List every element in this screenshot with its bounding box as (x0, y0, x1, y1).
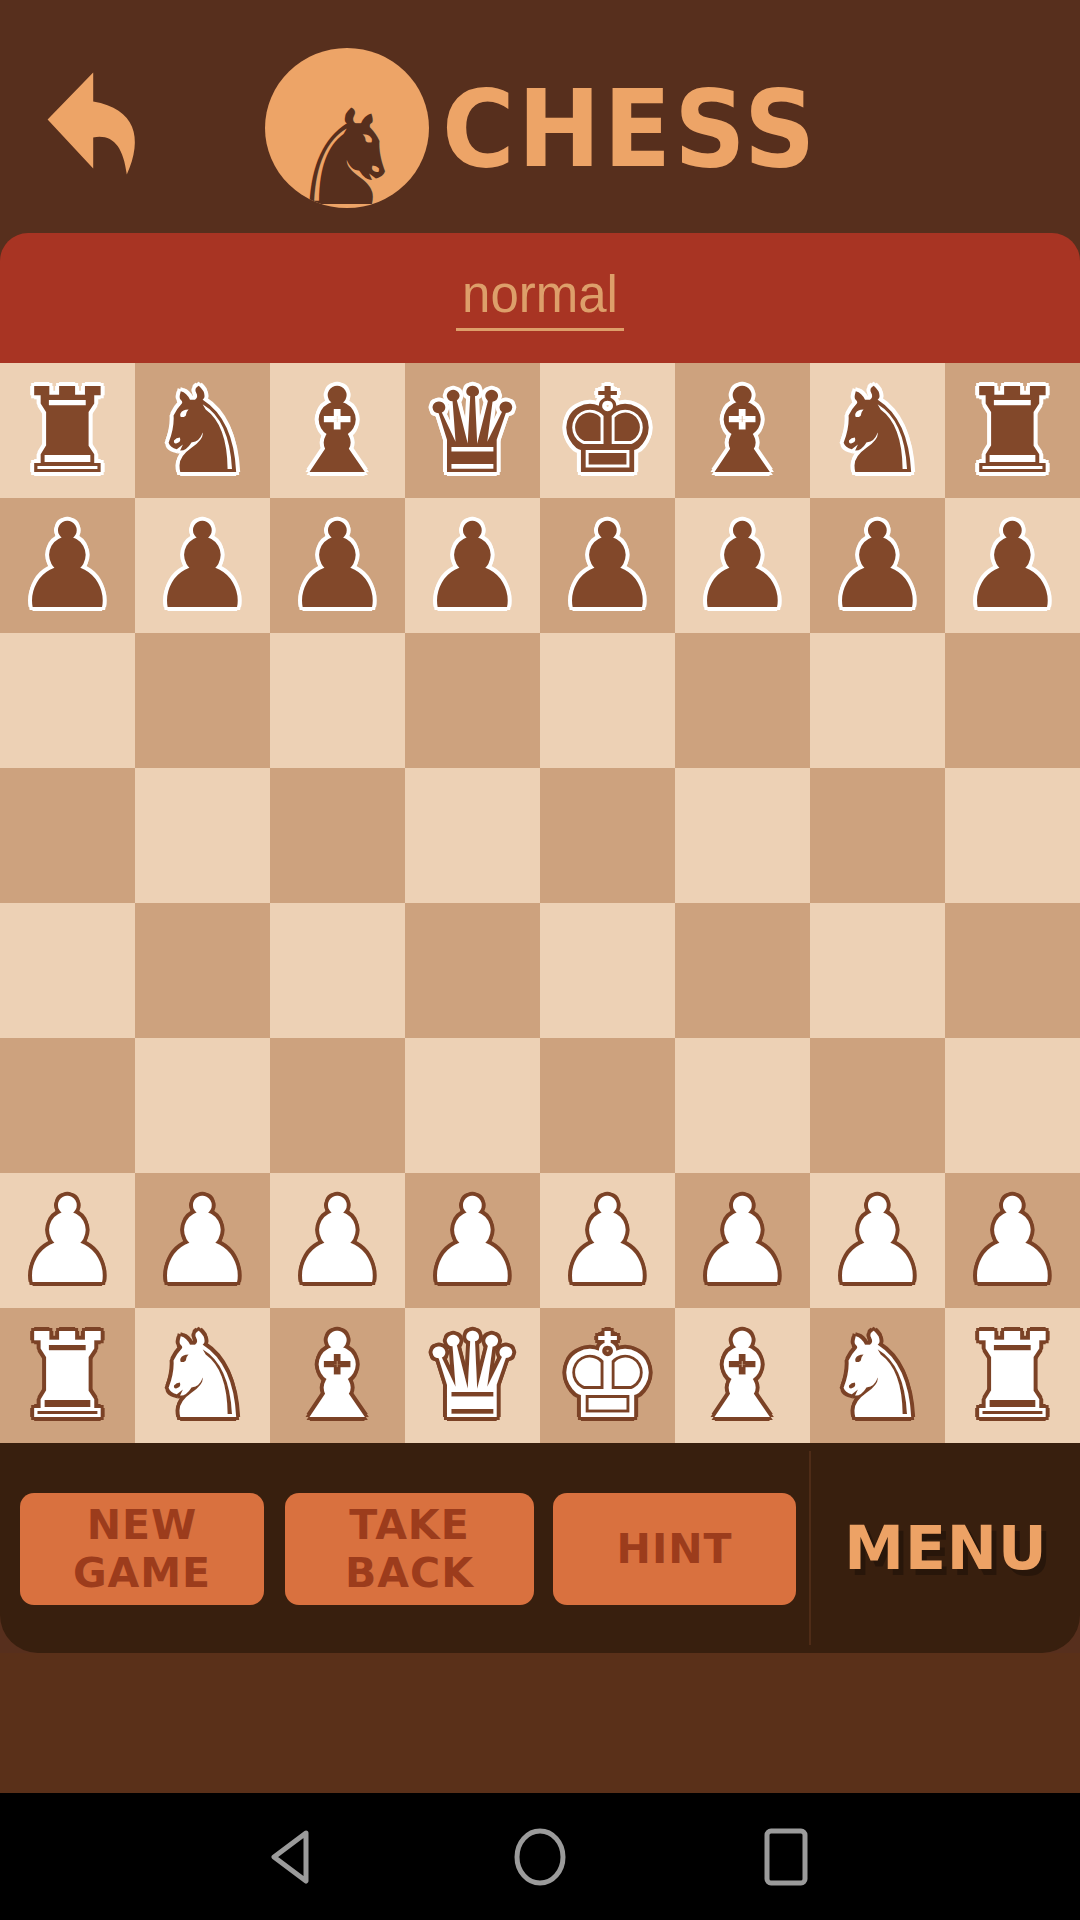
piece-white-pawn: ♟ (825, 1182, 931, 1300)
square-d3[interactable] (405, 1038, 540, 1173)
square-b3[interactable] (135, 1038, 270, 1173)
square-g6[interactable] (810, 633, 945, 768)
page-title: CHESS (442, 52, 842, 203)
square-h8[interactable]: ♜ (945, 363, 1080, 498)
square-h5[interactable] (945, 768, 1080, 903)
square-h7[interactable]: ♟ (945, 498, 1080, 633)
square-b4[interactable] (135, 903, 270, 1038)
piece-black-rook: ♜ (15, 372, 121, 490)
square-h3[interactable] (945, 1038, 1080, 1173)
square-e5[interactable] (540, 768, 675, 903)
back-triangle-icon[interactable] (262, 1825, 326, 1889)
square-e3[interactable] (540, 1038, 675, 1173)
piece-white-knight: ♞ (150, 1317, 256, 1435)
square-a5[interactable] (0, 768, 135, 903)
piece-white-bishop: ♝ (690, 1317, 796, 1435)
piece-black-queen: ♛ (420, 372, 526, 490)
piece-black-rook: ♜ (960, 372, 1066, 490)
piece-black-bishop: ♝ (285, 372, 391, 490)
square-b2[interactable]: ♟ (135, 1173, 270, 1308)
square-a6[interactable] (0, 633, 135, 768)
piece-black-pawn: ♟ (150, 507, 256, 625)
square-a3[interactable] (0, 1038, 135, 1173)
square-d1[interactable]: ♛ (405, 1308, 540, 1443)
piece-white-pawn: ♟ (690, 1182, 796, 1300)
square-c6[interactable] (270, 633, 405, 768)
square-a1[interactable]: ♜ (0, 1308, 135, 1443)
menu-button[interactable]: MENU (812, 1443, 1080, 1653)
square-b8[interactable]: ♞ (135, 363, 270, 498)
piece-white-pawn: ♟ (420, 1182, 526, 1300)
square-f2[interactable]: ♟ (675, 1173, 810, 1308)
toolbar: NEW GAME TAKE BACK HINT MENU (0, 1443, 1080, 1653)
piece-white-rook: ♜ (15, 1317, 121, 1435)
piece-white-pawn: ♟ (15, 1182, 121, 1300)
square-h6[interactable] (945, 633, 1080, 768)
new-game-button[interactable]: NEW GAME (20, 1493, 264, 1605)
piece-black-pawn: ♟ (555, 507, 661, 625)
square-c3[interactable] (270, 1038, 405, 1173)
square-c4[interactable] (270, 903, 405, 1038)
square-b1[interactable]: ♞ (135, 1308, 270, 1443)
piece-black-knight: ♞ (825, 372, 931, 490)
square-a7[interactable]: ♟ (0, 498, 135, 633)
piece-black-pawn: ♟ (690, 507, 796, 625)
square-g5[interactable] (810, 768, 945, 903)
piece-black-pawn: ♟ (825, 507, 931, 625)
square-g8[interactable]: ♞ (810, 363, 945, 498)
square-c2[interactable]: ♟ (270, 1173, 405, 1308)
piece-white-queen: ♛ (420, 1317, 526, 1435)
square-a8[interactable]: ♜ (0, 363, 135, 498)
square-c7[interactable]: ♟ (270, 498, 405, 633)
square-e4[interactable] (540, 903, 675, 1038)
square-h1[interactable]: ♜ (945, 1308, 1080, 1443)
square-e6[interactable] (540, 633, 675, 768)
piece-black-pawn: ♟ (420, 507, 526, 625)
square-e2[interactable]: ♟ (540, 1173, 675, 1308)
header: ♞ CHESS (0, 0, 1080, 233)
piece-black-pawn: ♟ (15, 507, 121, 625)
android-navbar (0, 1793, 1080, 1920)
square-g1[interactable]: ♞ (810, 1308, 945, 1443)
piece-black-bishop: ♝ (690, 372, 796, 490)
square-g4[interactable] (810, 903, 945, 1038)
piece-white-king: ♚ (555, 1317, 661, 1435)
take-back-button[interactable]: TAKE BACK (285, 1493, 534, 1605)
footer-strip (0, 1653, 1080, 1793)
square-d2[interactable]: ♟ (405, 1173, 540, 1308)
square-f6[interactable] (675, 633, 810, 768)
piece-white-pawn: ♟ (555, 1182, 661, 1300)
square-g3[interactable] (810, 1038, 945, 1173)
piece-white-bishop: ♝ (285, 1317, 391, 1435)
square-d4[interactable] (405, 903, 540, 1038)
square-f3[interactable] (675, 1038, 810, 1173)
square-d8[interactable]: ♛ (405, 363, 540, 498)
square-f1[interactable]: ♝ (675, 1308, 810, 1443)
square-a4[interactable] (0, 903, 135, 1038)
square-d5[interactable] (405, 768, 540, 903)
piece-black-pawn: ♟ (960, 507, 1066, 625)
square-g7[interactable]: ♟ (810, 498, 945, 633)
piece-white-rook: ♜ (960, 1317, 1066, 1435)
square-e7[interactable]: ♟ (540, 498, 675, 633)
toolbar-divider (809, 1451, 811, 1645)
square-c1[interactable]: ♝ (270, 1308, 405, 1443)
square-b7[interactable]: ♟ (135, 498, 270, 633)
horse-head-icon: ♞ (288, 92, 406, 208)
piece-black-king: ♚ (555, 372, 661, 490)
square-e8[interactable]: ♚ (540, 363, 675, 498)
chess-app-screen: ♞ CHESS normal ♜♞♝♛♚♝♞♜♟♟♟♟♟♟♟♟♟♟♟♟♟♟♟♟♜… (0, 0, 1080, 1920)
piece-white-pawn: ♟ (150, 1182, 256, 1300)
square-g2[interactable]: ♟ (810, 1173, 945, 1308)
square-d6[interactable] (405, 633, 540, 768)
square-d7[interactable]: ♟ (405, 498, 540, 633)
piece-white-pawn: ♟ (960, 1182, 1066, 1300)
square-c5[interactable] (270, 768, 405, 903)
square-f7[interactable]: ♟ (675, 498, 810, 633)
difficulty-banner: normal (0, 233, 1080, 363)
back-arrow-icon (38, 62, 158, 184)
square-c8[interactable]: ♝ (270, 363, 405, 498)
home-circle-icon[interactable] (508, 1825, 572, 1889)
square-b6[interactable] (135, 633, 270, 768)
difficulty-link[interactable]: normal (456, 265, 624, 331)
piece-black-pawn: ♟ (285, 507, 391, 625)
square-f8[interactable]: ♝ (675, 363, 810, 498)
piece-white-knight: ♞ (825, 1317, 931, 1435)
recents-square-icon[interactable] (754, 1825, 818, 1889)
piece-white-pawn: ♟ (285, 1182, 391, 1300)
back-button[interactable] (38, 62, 158, 184)
hint-button[interactable]: HINT (553, 1493, 796, 1605)
square-f4[interactable] (675, 903, 810, 1038)
square-h4[interactable] (945, 903, 1080, 1038)
square-f5[interactable] (675, 768, 810, 903)
chess-board: ♜♞♝♛♚♝♞♜♟♟♟♟♟♟♟♟♟♟♟♟♟♟♟♟♜♞♝♛♚♝♞♜ (0, 363, 1080, 1443)
square-b5[interactable] (135, 768, 270, 903)
square-e1[interactable]: ♚ (540, 1308, 675, 1443)
piece-black-knight: ♞ (150, 372, 256, 490)
square-a2[interactable]: ♟ (0, 1173, 135, 1308)
knight-logo-icon: ♞ (265, 48, 429, 208)
square-h2[interactable]: ♟ (945, 1173, 1080, 1308)
